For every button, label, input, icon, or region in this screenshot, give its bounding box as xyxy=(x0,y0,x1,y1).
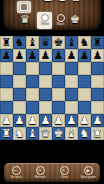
square-a2[interactable]: ♟ xyxy=(0,114,13,127)
black-pawn-piece: ♟ xyxy=(41,49,51,62)
piece-palette-panel: ♟ ♞ ♜ ♛ White Black ♚ xyxy=(3,0,101,30)
square-d1[interactable]: ♛ xyxy=(39,127,52,140)
black-pawn-piece: ♟ xyxy=(2,49,12,62)
palette-pawn-button[interactable]: ♟ xyxy=(41,0,55,5)
black-bishop-piece: ♝ xyxy=(67,36,77,49)
square-h6[interactable] xyxy=(91,62,104,75)
eraser-tool-button[interactable] xyxy=(17,1,31,13)
square-g4[interactable] xyxy=(78,88,91,101)
white-color-button[interactable]: White xyxy=(37,12,52,29)
square-a5[interactable] xyxy=(0,75,13,88)
white-rook-piece: ♜ xyxy=(2,127,12,140)
square-f5[interactable] xyxy=(65,75,78,88)
chess-board: ♜♞♝♛♚♝♞♜♟♟♟♟♟♟♟♟♟♟♟♟♟♟♟♟♜♞♝♛♚♝♞♜ xyxy=(0,36,104,140)
white-pawn-piece: ♟ xyxy=(93,114,103,127)
square-e5[interactable] xyxy=(52,75,65,88)
white-knight-piece: ♞ xyxy=(80,127,90,140)
square-d7[interactable]: ♟ xyxy=(39,49,52,62)
square-f3[interactable] xyxy=(65,101,78,114)
square-a4[interactable] xyxy=(0,88,13,101)
white-queen-piece: ♛ xyxy=(41,127,51,140)
black-pawn-piece: ♟ xyxy=(80,49,90,62)
white-pawn-piece: ♟ xyxy=(80,114,90,127)
black-pawn-piece: ♟ xyxy=(54,49,64,62)
square-b7[interactable]: ♟ xyxy=(13,49,26,62)
black-color-icon xyxy=(57,14,65,22)
square-c7[interactable]: ♟ xyxy=(26,49,39,62)
square-c8[interactable]: ♝ xyxy=(26,36,39,49)
square-a6[interactable] xyxy=(0,62,13,75)
white-knight-piece: ♞ xyxy=(15,127,25,140)
square-f4[interactable] xyxy=(65,88,78,101)
square-e1[interactable]: ♚ xyxy=(52,127,65,140)
go-back-label: Go back xyxy=(10,175,22,178)
square-a7[interactable]: ♟ xyxy=(0,49,13,62)
square-e6[interactable] xyxy=(52,62,65,75)
square-f7[interactable]: ♟ xyxy=(65,49,78,62)
black-color-label: Black xyxy=(57,22,65,25)
square-b4[interactable] xyxy=(13,88,26,101)
empty-square-icon xyxy=(20,3,28,11)
refresh-icon: ⟳ xyxy=(36,166,45,175)
square-e8[interactable]: ♚ xyxy=(52,36,65,49)
square-b2[interactable]: ♟ xyxy=(13,114,26,127)
square-a8[interactable]: ♜ xyxy=(0,36,13,49)
square-c2[interactable]: ♟ xyxy=(26,114,39,127)
bottom-toolbar: ← Go back ⟳ Refresh ✕ Clear ▶ Start game xyxy=(4,163,100,182)
square-b3[interactable] xyxy=(13,101,26,114)
square-c6[interactable] xyxy=(26,62,39,75)
white-pawn-piece: ♟ xyxy=(15,114,25,127)
black-pawn-piece: ♟ xyxy=(67,49,77,62)
square-e2[interactable]: ♟ xyxy=(52,114,65,127)
black-pawn-piece: ♟ xyxy=(93,49,103,62)
black-bishop-piece: ♝ xyxy=(28,36,38,49)
black-king-piece: ♚ xyxy=(54,36,64,49)
square-g6[interactable] xyxy=(78,62,91,75)
white-pawn-piece: ♟ xyxy=(41,114,51,127)
square-c5[interactable] xyxy=(26,75,39,88)
square-h5[interactable] xyxy=(91,75,104,88)
chess-app-screen: ♟ ♞ ♜ ♛ White Black ♚ ♜♞♝♛♚♝♞♜♟♟♟♟♟♟♟♟♟♟… xyxy=(0,0,104,184)
palette-queen-button[interactable]: ♛ xyxy=(18,13,32,27)
square-g7[interactable]: ♟ xyxy=(78,49,91,62)
black-knight-piece: ♞ xyxy=(15,36,25,49)
square-c4[interactable] xyxy=(26,88,39,101)
square-h1[interactable]: ♜ xyxy=(91,127,104,140)
square-h7[interactable]: ♟ xyxy=(91,49,104,62)
black-rook-piece: ♜ xyxy=(93,36,103,49)
clear-label: Clear xyxy=(60,175,68,178)
start-game-button[interactable]: ▶ Start game xyxy=(77,166,99,180)
black-queen-piece: ♛ xyxy=(41,36,51,49)
palette-knight-button[interactable]: ♞ xyxy=(55,0,69,5)
square-c3[interactable] xyxy=(26,101,39,114)
refresh-button[interactable]: ⟳ Refresh xyxy=(29,166,51,180)
square-g5[interactable] xyxy=(78,75,91,88)
palette-king-button[interactable]: ♚ xyxy=(68,13,82,27)
black-knight-piece: ♞ xyxy=(80,36,90,49)
square-b8[interactable]: ♞ xyxy=(13,36,26,49)
white-pawn-piece: ♟ xyxy=(28,114,38,127)
square-e4[interactable] xyxy=(52,88,65,101)
square-h2[interactable]: ♟ xyxy=(91,114,104,127)
square-g3[interactable] xyxy=(78,101,91,114)
square-h3[interactable] xyxy=(91,101,104,114)
square-d3[interactable] xyxy=(39,101,52,114)
square-b6[interactable] xyxy=(13,62,26,75)
square-d2[interactable]: ♟ xyxy=(39,114,52,127)
square-c1[interactable]: ♝ xyxy=(26,127,39,140)
refresh-label: Refresh xyxy=(34,175,45,178)
square-h8[interactable]: ♜ xyxy=(91,36,104,49)
square-h4[interactable] xyxy=(91,88,104,101)
square-d8[interactable]: ♛ xyxy=(39,36,52,49)
square-d4[interactable] xyxy=(39,88,52,101)
white-pawn-piece: ♟ xyxy=(54,114,64,127)
square-b1[interactable]: ♞ xyxy=(13,127,26,140)
white-bishop-piece: ♝ xyxy=(28,127,38,140)
square-g1[interactable]: ♞ xyxy=(78,127,91,140)
white-pawn-piece: ♟ xyxy=(67,114,77,127)
black-pawn-piece: ♟ xyxy=(28,49,38,62)
square-d5[interactable] xyxy=(39,75,52,88)
black-rook-piece: ♜ xyxy=(2,36,12,49)
white-bishop-piece: ♝ xyxy=(67,127,77,140)
square-d6[interactable] xyxy=(39,62,52,75)
square-f2[interactable]: ♟ xyxy=(65,114,78,127)
square-f8[interactable]: ♝ xyxy=(65,36,78,49)
square-g8[interactable]: ♞ xyxy=(78,36,91,49)
square-e3[interactable] xyxy=(52,101,65,114)
start-game-label: Start game xyxy=(80,175,95,178)
play-icon: ▶ xyxy=(84,166,93,175)
square-g2[interactable]: ♟ xyxy=(78,114,91,127)
square-f6[interactable] xyxy=(65,62,78,75)
white-rook-piece: ♜ xyxy=(93,127,103,140)
white-king-piece: ♚ xyxy=(54,127,64,140)
white-pawn-piece: ♟ xyxy=(2,114,12,127)
clear-icon: ✕ xyxy=(60,166,69,175)
square-a1[interactable]: ♜ xyxy=(0,127,13,140)
square-b5[interactable] xyxy=(13,75,26,88)
black-color-button[interactable]: Black xyxy=(54,13,68,29)
black-pawn-piece: ♟ xyxy=(15,49,25,62)
back-arrow-icon: ← xyxy=(12,166,21,175)
white-color-label: White xyxy=(40,22,48,25)
square-f1[interactable]: ♝ xyxy=(65,127,78,140)
square-a3[interactable] xyxy=(0,101,13,114)
palette-rook-button[interactable]: ♜ xyxy=(69,0,83,5)
white-color-icon xyxy=(41,14,49,22)
square-e7[interactable]: ♟ xyxy=(52,49,65,62)
go-back-button[interactable]: ← Go back xyxy=(5,166,27,180)
